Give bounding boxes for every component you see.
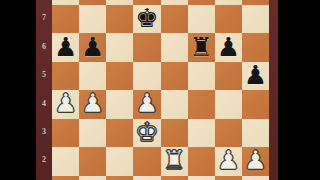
square-b4[interactable]: ♟ bbox=[79, 90, 106, 118]
square-a5[interactable] bbox=[52, 62, 79, 90]
square-h1[interactable] bbox=[242, 176, 269, 180]
square-g3[interactable] bbox=[215, 119, 242, 147]
rank-label-3: 3 bbox=[36, 126, 52, 138]
square-e7[interactable] bbox=[161, 5, 188, 33]
rank-label-2: 2 bbox=[36, 154, 52, 166]
square-f1[interactable] bbox=[188, 176, 215, 180]
square-d2[interactable] bbox=[133, 147, 160, 175]
square-b1[interactable] bbox=[79, 176, 106, 180]
black-pawn: ♟ bbox=[217, 33, 240, 60]
white-pawn: ♟ bbox=[135, 90, 158, 117]
white-pawn: ♟ bbox=[54, 90, 77, 117]
square-d4[interactable]: ♟ bbox=[133, 90, 160, 118]
white-rook: ♜ bbox=[162, 147, 185, 174]
square-c4[interactable] bbox=[106, 90, 133, 118]
square-b5[interactable] bbox=[79, 62, 106, 90]
square-c6[interactable] bbox=[106, 33, 133, 61]
white-king: ♚ bbox=[135, 119, 158, 146]
square-c7[interactable] bbox=[106, 5, 133, 33]
square-a7[interactable] bbox=[52, 5, 79, 33]
black-pawn: ♟ bbox=[81, 33, 104, 60]
square-e2[interactable]: ♜ bbox=[161, 147, 188, 175]
square-e1[interactable] bbox=[161, 176, 188, 180]
square-h3[interactable] bbox=[242, 119, 269, 147]
board-frame: ♚♟♟♜♟♟♟♟♟♚♜♟♟ 765432 bbox=[36, 0, 278, 180]
chess-diagram: ♚♟♟♜♟♟♟♟♟♚♜♟♟ 765432 bbox=[0, 0, 320, 180]
square-a6[interactable]: ♟ bbox=[52, 33, 79, 61]
square-f5[interactable] bbox=[188, 62, 215, 90]
rank-label-5: 5 bbox=[36, 69, 52, 81]
square-g2[interactable]: ♟ bbox=[215, 147, 242, 175]
square-d5[interactable] bbox=[133, 62, 160, 90]
square-h2[interactable]: ♟ bbox=[242, 147, 269, 175]
square-f6[interactable]: ♜ bbox=[188, 33, 215, 61]
square-d3[interactable]: ♚ bbox=[133, 119, 160, 147]
square-b3[interactable] bbox=[79, 119, 106, 147]
square-a2[interactable] bbox=[52, 147, 79, 175]
square-h4[interactable] bbox=[242, 90, 269, 118]
white-pawn: ♟ bbox=[244, 147, 267, 174]
square-d7[interactable]: ♚ bbox=[133, 5, 160, 33]
square-a1[interactable] bbox=[52, 176, 79, 180]
rank-label-7: 7 bbox=[36, 12, 52, 24]
square-a4[interactable]: ♟ bbox=[52, 90, 79, 118]
board-squares: ♚♟♟♜♟♟♟♟♟♚♜♟♟ bbox=[52, 0, 269, 180]
rank-label-4: 4 bbox=[36, 98, 52, 110]
black-pawn: ♟ bbox=[244, 62, 267, 89]
black-pawn: ♟ bbox=[54, 33, 77, 60]
square-f3[interactable] bbox=[188, 119, 215, 147]
white-pawn: ♟ bbox=[217, 147, 240, 174]
rank-label-6: 6 bbox=[36, 41, 52, 53]
square-b2[interactable] bbox=[79, 147, 106, 175]
square-g4[interactable] bbox=[215, 90, 242, 118]
square-a3[interactable] bbox=[52, 119, 79, 147]
black-king: ♚ bbox=[135, 5, 158, 32]
square-f4[interactable] bbox=[188, 90, 215, 118]
white-pawn: ♟ bbox=[81, 90, 104, 117]
square-h6[interactable] bbox=[242, 33, 269, 61]
square-h7[interactable] bbox=[242, 5, 269, 33]
square-h5[interactable]: ♟ bbox=[242, 62, 269, 90]
square-f2[interactable] bbox=[188, 147, 215, 175]
square-d1[interactable] bbox=[133, 176, 160, 180]
square-e5[interactable] bbox=[161, 62, 188, 90]
square-f7[interactable] bbox=[188, 5, 215, 33]
square-c5[interactable] bbox=[106, 62, 133, 90]
square-g6[interactable]: ♟ bbox=[215, 33, 242, 61]
square-c1[interactable] bbox=[106, 176, 133, 180]
black-rook: ♜ bbox=[190, 33, 213, 60]
square-e3[interactable] bbox=[161, 119, 188, 147]
square-c3[interactable] bbox=[106, 119, 133, 147]
square-d6[interactable] bbox=[133, 33, 160, 61]
square-g1[interactable] bbox=[215, 176, 242, 180]
square-b6[interactable]: ♟ bbox=[79, 33, 106, 61]
square-b7[interactable] bbox=[79, 5, 106, 33]
square-c2[interactable] bbox=[106, 147, 133, 175]
square-g5[interactable] bbox=[215, 62, 242, 90]
square-e6[interactable] bbox=[161, 33, 188, 61]
square-e4[interactable] bbox=[161, 90, 188, 118]
square-g7[interactable] bbox=[215, 5, 242, 33]
